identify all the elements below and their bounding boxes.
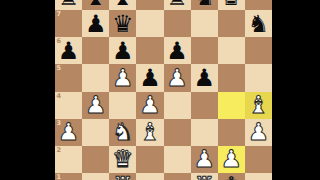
square-e4[interactable] bbox=[164, 92, 191, 119]
square-c5[interactable]: ♟ bbox=[109, 64, 136, 91]
square-e7[interactable] bbox=[164, 10, 191, 37]
black-queen-c7[interactable]: ♛ bbox=[112, 11, 134, 35]
square-d7[interactable] bbox=[136, 10, 163, 37]
black-bishop-b8[interactable]: ♝ bbox=[85, 0, 107, 8]
white-knight-c3[interactable]: ♞ bbox=[112, 120, 134, 144]
square-g1[interactable]: ♚ bbox=[218, 173, 245, 180]
square-d3[interactable]: ♝ bbox=[136, 119, 163, 146]
black-pawn-f5[interactable]: ♟ bbox=[193, 65, 215, 89]
square-g3[interactable] bbox=[218, 119, 245, 146]
square-a4[interactable]: 4 bbox=[55, 92, 82, 119]
square-g4[interactable] bbox=[218, 92, 245, 119]
square-f4[interactable] bbox=[191, 92, 218, 119]
white-pawn-f2[interactable]: ♟ bbox=[193, 147, 215, 171]
black-pawn-b7[interactable]: ♟ bbox=[85, 11, 107, 35]
white-pawn-b4[interactable]: ♟ bbox=[85, 93, 107, 117]
black-pawn-d5[interactable]: ♟ bbox=[139, 65, 161, 89]
white-rook-f1[interactable]: ♜ bbox=[193, 174, 215, 180]
square-c3[interactable]: ♞ bbox=[109, 119, 136, 146]
square-d8[interactable] bbox=[136, 0, 163, 10]
square-b3[interactable] bbox=[82, 119, 109, 146]
white-rook-c1[interactable]: ♜ bbox=[112, 174, 134, 180]
square-a2[interactable]: 2 bbox=[55, 146, 82, 173]
square-e8[interactable]: ♜ bbox=[164, 0, 191, 10]
black-pawn-e6[interactable]: ♟ bbox=[166, 38, 188, 62]
square-a3[interactable]: 3♟ bbox=[55, 119, 82, 146]
square-a5[interactable]: 5 bbox=[55, 64, 82, 91]
square-c6[interactable]: ♟ bbox=[109, 37, 136, 64]
black-rook-e8[interactable]: ♜ bbox=[166, 0, 188, 8]
square-b1[interactable] bbox=[82, 173, 109, 180]
black-rook-a8[interactable]: ♜ bbox=[58, 0, 80, 8]
white-king-g1[interactable]: ♚ bbox=[221, 174, 243, 180]
square-d4[interactable]: ♟ bbox=[136, 92, 163, 119]
square-g7[interactable] bbox=[218, 10, 245, 37]
black-knight-f8[interactable]: ♞ bbox=[193, 0, 215, 8]
black-pawn-c6[interactable]: ♟ bbox=[112, 38, 134, 62]
square-e3[interactable] bbox=[164, 119, 191, 146]
square-f2[interactable]: ♟ bbox=[191, 146, 218, 173]
square-f3[interactable] bbox=[191, 119, 218, 146]
square-f8[interactable]: ♞ bbox=[191, 0, 218, 10]
square-a8[interactable]: 8♜ bbox=[55, 0, 82, 10]
black-pawn-a6[interactable]: ♟ bbox=[58, 38, 80, 62]
square-g5[interactable] bbox=[218, 64, 245, 91]
white-pawn-g2[interactable]: ♟ bbox=[221, 147, 243, 171]
black-knight-h7[interactable]: ♞ bbox=[248, 11, 270, 35]
square-a1[interactable]: 1 bbox=[55, 173, 82, 180]
square-d5[interactable]: ♟ bbox=[136, 64, 163, 91]
white-pawn-a3[interactable]: ♟ bbox=[58, 120, 80, 144]
white-pawn-c5[interactable]: ♟ bbox=[112, 65, 134, 89]
square-e6[interactable]: ♟ bbox=[164, 37, 191, 64]
square-a6[interactable]: 6♟ bbox=[55, 37, 82, 64]
rank-label-7: 7 bbox=[57, 10, 62, 18]
black-king-g8[interactable]: ♚ bbox=[221, 0, 243, 8]
square-d1[interactable] bbox=[136, 173, 163, 180]
square-h5[interactable] bbox=[245, 64, 272, 91]
rank-label-5: 5 bbox=[57, 64, 62, 72]
square-b2[interactable] bbox=[82, 146, 109, 173]
square-a7[interactable]: 7 bbox=[55, 10, 82, 37]
square-g8[interactable]: ♚ bbox=[218, 0, 245, 10]
rank-label-2: 2 bbox=[57, 146, 62, 154]
white-bishop-h4[interactable]: ♝ bbox=[248, 93, 270, 117]
square-h3[interactable]: ♟ bbox=[245, 119, 272, 146]
square-f5[interactable]: ♟ bbox=[191, 64, 218, 91]
square-c2[interactable]: ♛ bbox=[109, 146, 136, 173]
square-c4[interactable] bbox=[109, 92, 136, 119]
square-h1[interactable] bbox=[245, 173, 272, 180]
square-c7[interactable]: ♛ bbox=[109, 10, 136, 37]
square-b5[interactable] bbox=[82, 64, 109, 91]
square-d2[interactable] bbox=[136, 146, 163, 173]
square-f6[interactable] bbox=[191, 37, 218, 64]
square-b4[interactable]: ♟ bbox=[82, 92, 109, 119]
square-f1[interactable]: ♜ bbox=[191, 173, 218, 180]
rank-label-4: 4 bbox=[57, 92, 62, 100]
square-b7[interactable]: ♟ bbox=[82, 10, 109, 37]
square-h2[interactable] bbox=[245, 146, 272, 173]
square-h6[interactable] bbox=[245, 37, 272, 64]
white-pawn-h3[interactable]: ♟ bbox=[248, 120, 270, 144]
square-h7[interactable]: ♞ bbox=[245, 10, 272, 37]
square-e5[interactable]: ♟ bbox=[164, 64, 191, 91]
square-c1[interactable]: ♜ bbox=[109, 173, 136, 180]
black-bishop-c8[interactable]: ♝ bbox=[112, 0, 134, 8]
rank-label-1: 1 bbox=[57, 173, 62, 180]
chess-board: 8♜♝♝♜♞♚7♟♛♞6♟♟♟5♟♟♟♟4♟♟♝3♟♞♝♟2♛♟♟1♜♜♚ bbox=[55, 0, 272, 180]
square-e1[interactable] bbox=[164, 173, 191, 180]
square-g2[interactable]: ♟ bbox=[218, 146, 245, 173]
white-bishop-d3[interactable]: ♝ bbox=[139, 120, 161, 144]
square-g6[interactable] bbox=[218, 37, 245, 64]
white-queen-c2[interactable]: ♛ bbox=[112, 147, 134, 171]
square-b6[interactable] bbox=[82, 37, 109, 64]
square-d6[interactable] bbox=[136, 37, 163, 64]
chess-board-frame: 8♜♝♝♜♞♚7♟♛♞6♟♟♟5♟♟♟♟4♟♟♝3♟♞♝♟2♛♟♟1♜♜♚ bbox=[0, 0, 320, 180]
white-pawn-e5[interactable]: ♟ bbox=[166, 65, 188, 89]
square-h4[interactable]: ♝ bbox=[245, 92, 272, 119]
square-f7[interactable] bbox=[191, 10, 218, 37]
white-pawn-d4[interactable]: ♟ bbox=[139, 93, 161, 117]
square-e2[interactable] bbox=[164, 146, 191, 173]
